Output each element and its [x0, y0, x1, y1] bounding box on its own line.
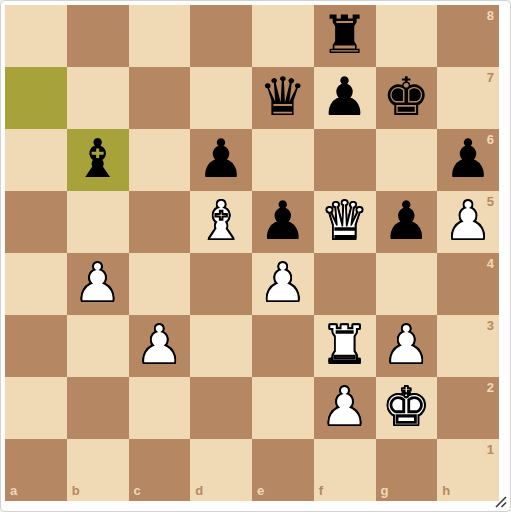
square-f5[interactable]: ♛	[314, 191, 376, 253]
square-h4[interactable]: 4	[437, 253, 499, 315]
file-label-a: a	[10, 484, 17, 497]
square-f6[interactable]	[314, 129, 376, 191]
rank-label-2: 2	[487, 381, 494, 394]
square-a1[interactable]: a	[5, 439, 67, 501]
square-h5[interactable]: ♟5	[437, 191, 499, 253]
file-label-g: g	[381, 484, 389, 497]
square-e7[interactable]: ♛	[252, 67, 314, 129]
file-label-d: d	[195, 484, 203, 497]
square-h3[interactable]: 3	[437, 315, 499, 377]
file-label-c: c	[134, 484, 141, 497]
white-pawn[interactable]: ♟	[314, 377, 376, 439]
black-king[interactable]: ♚	[376, 67, 438, 129]
chess-board: ♜8♛♟♚7♝♟♟6♝♟♛♟♟5♟♟4♟♜♟3♟♚2abcdefg1h	[5, 5, 499, 501]
square-e6[interactable]	[252, 129, 314, 191]
black-pawn[interactable]: ♟	[437, 129, 499, 191]
square-d3[interactable]	[190, 315, 252, 377]
white-pawn[interactable]: ♟	[129, 315, 191, 377]
square-c3[interactable]: ♟	[129, 315, 191, 377]
square-f4[interactable]	[314, 253, 376, 315]
square-g6[interactable]	[376, 129, 438, 191]
square-f8[interactable]: ♜	[314, 5, 376, 67]
square-g4[interactable]	[376, 253, 438, 315]
rank-label-4: 4	[487, 257, 494, 270]
square-g3[interactable]: ♟	[376, 315, 438, 377]
square-b1[interactable]: b	[67, 439, 129, 501]
file-label-e: e	[257, 484, 264, 497]
square-d1[interactable]: d	[190, 439, 252, 501]
rank-label-3: 3	[487, 319, 494, 332]
black-queen[interactable]: ♛	[252, 67, 314, 129]
black-pawn[interactable]: ♟	[190, 129, 252, 191]
square-d5[interactable]: ♝	[190, 191, 252, 253]
file-label-f: f	[319, 484, 323, 497]
square-h8[interactable]: 8	[437, 5, 499, 67]
square-d8[interactable]	[190, 5, 252, 67]
white-bishop[interactable]: ♝	[190, 191, 252, 253]
square-d7[interactable]	[190, 67, 252, 129]
black-pawn[interactable]: ♟	[376, 191, 438, 253]
square-a4[interactable]	[5, 253, 67, 315]
square-a3[interactable]	[5, 315, 67, 377]
file-label-h: h	[442, 484, 450, 497]
square-f7[interactable]: ♟	[314, 67, 376, 129]
black-pawn[interactable]: ♟	[252, 191, 314, 253]
square-a8[interactable]	[5, 5, 67, 67]
square-a6[interactable]	[5, 129, 67, 191]
square-c8[interactable]	[129, 5, 191, 67]
rank-label-7: 7	[487, 71, 494, 84]
square-e5[interactable]: ♟	[252, 191, 314, 253]
square-b5[interactable]	[67, 191, 129, 253]
white-rook[interactable]: ♜	[314, 315, 376, 377]
square-c5[interactable]	[129, 191, 191, 253]
square-b3[interactable]	[67, 315, 129, 377]
square-b2[interactable]	[67, 377, 129, 439]
square-e2[interactable]	[252, 377, 314, 439]
square-d2[interactable]	[190, 377, 252, 439]
square-c7[interactable]	[129, 67, 191, 129]
white-queen[interactable]: ♛	[314, 191, 376, 253]
square-e1[interactable]: e	[252, 439, 314, 501]
square-b6[interactable]: ♝	[67, 129, 129, 191]
black-rook[interactable]: ♜	[314, 5, 376, 67]
square-g5[interactable]: ♟	[376, 191, 438, 253]
square-b8[interactable]	[67, 5, 129, 67]
square-c2[interactable]	[129, 377, 191, 439]
resize-handle-icon[interactable]	[493, 494, 508, 509]
square-h7[interactable]: 7	[437, 67, 499, 129]
square-b7[interactable]	[67, 67, 129, 129]
square-g2[interactable]: ♚	[376, 377, 438, 439]
square-e4[interactable]: ♟	[252, 253, 314, 315]
white-king[interactable]: ♚	[376, 377, 438, 439]
square-c6[interactable]	[129, 129, 191, 191]
square-f3[interactable]: ♜	[314, 315, 376, 377]
square-e3[interactable]	[252, 315, 314, 377]
square-d4[interactable]	[190, 253, 252, 315]
square-h1[interactable]: 1h	[437, 439, 499, 501]
square-b4[interactable]: ♟	[67, 253, 129, 315]
square-h6[interactable]: ♟6	[437, 129, 499, 191]
square-a2[interactable]	[5, 377, 67, 439]
square-h2[interactable]: 2	[437, 377, 499, 439]
white-pawn[interactable]: ♟	[437, 191, 499, 253]
black-pawn[interactable]: ♟	[314, 67, 376, 129]
white-pawn[interactable]: ♟	[252, 253, 314, 315]
square-g7[interactable]: ♚	[376, 67, 438, 129]
square-a7[interactable]	[5, 67, 67, 129]
rank-label-1: 1	[487, 443, 494, 456]
white-pawn[interactable]: ♟	[67, 253, 129, 315]
chess-app-window: ♜8♛♟♚7♝♟♟6♝♟♛♟♟5♟♟4♟♜♟3♟♚2abcdefg1h	[0, 0, 511, 512]
square-c1[interactable]: c	[129, 439, 191, 501]
rank-label-8: 8	[487, 9, 494, 22]
square-g8[interactable]	[376, 5, 438, 67]
square-f2[interactable]: ♟	[314, 377, 376, 439]
black-bishop[interactable]: ♝	[67, 129, 129, 191]
square-d6[interactable]: ♟	[190, 129, 252, 191]
square-c4[interactable]	[129, 253, 191, 315]
file-label-b: b	[72, 484, 80, 497]
square-e8[interactable]	[252, 5, 314, 67]
square-g1[interactable]: g	[376, 439, 438, 501]
square-f1[interactable]: f	[314, 439, 376, 501]
white-pawn[interactable]: ♟	[376, 315, 438, 377]
square-a5[interactable]	[5, 191, 67, 253]
